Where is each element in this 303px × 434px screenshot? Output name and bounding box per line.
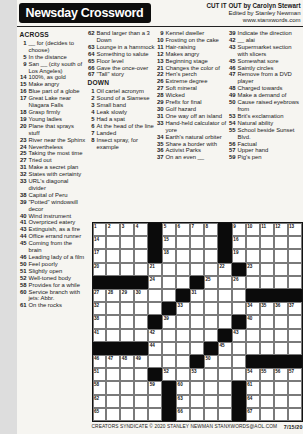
- clue-number: 1: [20, 40, 29, 54]
- puzzle-title-byline: CUT IT OUT by Carolyn Stewart: [206, 2, 300, 10]
- grid-cell[interactable]: [190, 315, 204, 328]
- cell-number: 23: [247, 264, 252, 269]
- cell-number: 50: [205, 356, 210, 361]
- grid-cell[interactable]: [274, 276, 288, 289]
- down-clue: 28Wicked: [157, 92, 227, 99]
- grid-cell[interactable]: [274, 315, 288, 328]
- grid-cell[interactable]: 46: [93, 355, 107, 368]
- grid-cell[interactable]: 55: [260, 368, 274, 381]
- cell-number: 17: [94, 250, 99, 255]
- clue-number: 8: [88, 137, 97, 151]
- grid-cell[interactable]: [120, 368, 134, 381]
- grid-cell[interactable]: [148, 302, 162, 315]
- down-clue: 47Remove from a DVD player: [229, 71, 303, 85]
- grid-cell[interactable]: [260, 236, 274, 249]
- grid-cell[interactable]: [106, 315, 120, 328]
- across-clue: 17Great Lake near Niagara Falls: [20, 95, 86, 109]
- grid-cell[interactable]: 26: [232, 276, 246, 289]
- clue-number: 27: [157, 85, 166, 92]
- grid-cell[interactable]: [274, 395, 288, 408]
- grid-cell[interactable]: [246, 329, 260, 342]
- grid-cell[interactable]: 57: [288, 368, 302, 381]
- grid-cell[interactable]: [204, 289, 218, 302]
- grid-cell[interactable]: 27: [93, 289, 107, 302]
- across-clue: 25Taking the most time: [20, 150, 86, 157]
- clue-number: 17: [20, 95, 29, 109]
- grid-cell[interactable]: [232, 342, 246, 355]
- cell-number: 24: [150, 277, 155, 282]
- grid-cell[interactable]: [204, 395, 218, 408]
- grid-cell[interactable]: [246, 249, 260, 262]
- grid-cell[interactable]: 53: [190, 368, 204, 381]
- black-cell: [148, 368, 162, 381]
- grid-cell[interactable]: [176, 368, 190, 381]
- clue-text: Changes the color of: [166, 65, 227, 72]
- grid-cell[interactable]: [274, 342, 288, 355]
- clue-number: 65: [88, 58, 97, 65]
- grid-cell[interactable]: [288, 381, 302, 394]
- grid-cell[interactable]: [148, 355, 162, 368]
- clue-number: 53: [229, 113, 238, 120]
- grid-cell[interactable]: 6: [176, 223, 190, 236]
- grid-cell[interactable]: 42: [148, 329, 162, 342]
- grid-cell[interactable]: [274, 236, 288, 249]
- cell-number: 62: [94, 396, 99, 401]
- black-cell: [120, 342, 134, 355]
- grid-cell[interactable]: 50: [204, 355, 218, 368]
- clue-number: 6: [88, 123, 97, 130]
- grid-cell[interactable]: [162, 276, 176, 289]
- grid-cell[interactable]: [260, 263, 274, 276]
- grid-cell[interactable]: [274, 249, 288, 262]
- grid-cell[interactable]: [176, 276, 190, 289]
- grid-cell[interactable]: 41: [93, 329, 107, 342]
- cell-number: 21: [150, 264, 155, 269]
- grid-cell[interactable]: [204, 236, 218, 249]
- grid-cell[interactable]: [190, 381, 204, 394]
- grid-cell[interactable]: [190, 408, 204, 421]
- grid-cell[interactable]: [204, 368, 218, 381]
- grid-cell[interactable]: [218, 381, 232, 394]
- black-cell: [162, 395, 176, 408]
- grid-cell[interactable]: 37: [288, 302, 302, 315]
- clue-text: Charged towards: [238, 85, 303, 92]
- cell-number: 59: [150, 382, 155, 387]
- grid-cell[interactable]: [134, 381, 148, 394]
- down-clue: 6At the head of the line: [88, 123, 155, 130]
- cell-number: 28: [108, 290, 113, 295]
- clue-number: 50: [229, 99, 238, 113]
- grid-cell[interactable]: [232, 302, 246, 315]
- grid-cell[interactable]: 5: [162, 223, 176, 236]
- grid-cell[interactable]: [120, 315, 134, 328]
- grid-cell[interactable]: 22: [218, 263, 232, 276]
- black-cell: [134, 276, 148, 289]
- cell-number: 13: [289, 224, 294, 229]
- grid-cell[interactable]: 14: [93, 236, 107, 249]
- clue-text: Saintly circles: [238, 65, 303, 72]
- cell-number: 46: [94, 356, 99, 361]
- grid-cell[interactable]: [232, 289, 246, 302]
- black-cell: [232, 263, 246, 276]
- grid-cell[interactable]: 62: [93, 395, 107, 408]
- grid-cell[interactable]: 20: [93, 263, 107, 276]
- clue-text: On the rocks: [29, 302, 86, 309]
- clue-number: 30: [157, 106, 166, 113]
- cell-number: 22: [219, 264, 224, 269]
- across-clue: 60Service branch with jets: Abbr.: [20, 289, 86, 303]
- grid-cell[interactable]: 29: [120, 289, 134, 302]
- grid-cell[interactable]: [274, 408, 288, 421]
- grid-cell[interactable]: 28: [106, 289, 120, 302]
- grid-cell[interactable]: 17: [93, 249, 107, 262]
- grid-cell[interactable]: [218, 355, 232, 368]
- grid-cell[interactable]: [260, 315, 274, 328]
- grid-cell[interactable]: 31: [190, 289, 204, 302]
- grid-cell[interactable]: [106, 236, 120, 249]
- clue-text: Makes angry: [166, 51, 227, 58]
- grid-cell[interactable]: [204, 408, 218, 421]
- grid-cell[interactable]: [288, 408, 302, 421]
- grid-cell[interactable]: [106, 368, 120, 381]
- cell-number: 6: [178, 224, 181, 229]
- grid-cell[interactable]: [134, 395, 148, 408]
- grid-cell[interactable]: [148, 395, 162, 408]
- clue-text: In the distance: [29, 54, 86, 61]
- clue-number: 43: [20, 226, 29, 233]
- grid-cell[interactable]: [106, 381, 120, 394]
- grid-cell[interactable]: 32: [93, 302, 107, 315]
- grid-cell[interactable]: [120, 395, 134, 408]
- grid-cell[interactable]: 52: [162, 368, 176, 381]
- grid-cell[interactable]: [246, 276, 260, 289]
- grid-cell[interactable]: [176, 315, 190, 328]
- grid-cell[interactable]: [246, 236, 260, 249]
- grid-cell[interactable]: [120, 249, 134, 262]
- grid-cell[interactable]: [134, 302, 148, 315]
- grid-cell[interactable]: [288, 342, 302, 355]
- grid-cell[interactable]: [260, 381, 274, 394]
- black-cell: [106, 342, 120, 355]
- grid-cell[interactable]: 47: [106, 355, 120, 368]
- grid-cell[interactable]: [274, 381, 288, 394]
- grid-cell[interactable]: [106, 395, 120, 408]
- clue-number: 49: [229, 92, 238, 99]
- grid-cell[interactable]: [204, 263, 218, 276]
- grid-cell[interactable]: [204, 249, 218, 262]
- clue-text: Cause raised eyebrows from: [238, 99, 303, 113]
- grid-cell[interactable]: [176, 342, 190, 355]
- down-clue: 48Charged towards: [229, 85, 303, 92]
- grid-cell[interactable]: [176, 263, 190, 276]
- clue-text: One way off an island: [166, 113, 227, 120]
- grid-cell[interactable]: 19: [232, 249, 246, 262]
- cell-number: 66: [178, 409, 183, 414]
- clue-number: 46: [229, 65, 238, 72]
- grid-cell[interactable]: [162, 329, 176, 342]
- grid-cell[interactable]: [190, 249, 204, 262]
- grid-cell[interactable]: [218, 395, 232, 408]
- grid-cell[interactable]: 66: [176, 408, 190, 421]
- grid-cell[interactable]: [274, 329, 288, 342]
- down-clue: 10Frosting on the cake: [157, 37, 227, 44]
- down-clue: 11Hair-raising: [157, 44, 227, 51]
- grid-cell[interactable]: [190, 329, 204, 342]
- grid-cell[interactable]: 43: [232, 329, 246, 342]
- grid-cell[interactable]: [176, 329, 190, 342]
- grid-cell[interactable]: [288, 329, 302, 342]
- grid-cell[interactable]: 3: [120, 223, 134, 236]
- clue-number: 19: [20, 116, 29, 123]
- cell-number: 29: [122, 290, 127, 295]
- grid-cell[interactable]: 61: [246, 381, 260, 394]
- grid-cell[interactable]: 34: [246, 302, 260, 315]
- grid-cell[interactable]: 24: [148, 276, 162, 289]
- grid-cell[interactable]: 40: [246, 315, 260, 328]
- grid-cell[interactable]: [106, 263, 120, 276]
- grid-cell[interactable]: [120, 236, 134, 249]
- clue-text: River near the Sphinx: [29, 137, 86, 144]
- grid-cell[interactable]: 30: [134, 289, 148, 302]
- clue-text: Prefix for final: [166, 99, 227, 106]
- grid-cell[interactable]: [288, 263, 302, 276]
- clue-number: 11: [157, 44, 166, 51]
- grid-cell[interactable]: 10: [246, 223, 260, 236]
- clue-number: 21: [157, 65, 166, 72]
- grid-cell[interactable]: [176, 236, 190, 249]
- grid-cell[interactable]: 58: [93, 381, 107, 394]
- grid-cell[interactable]: 39: [162, 315, 176, 328]
- grid-cell[interactable]: [288, 249, 302, 262]
- cell-number: 53: [192, 369, 197, 374]
- grid-cell[interactable]: 8: [204, 223, 218, 236]
- black-cell: [148, 236, 162, 249]
- down-clue: 26Extreme degree: [157, 78, 227, 85]
- grid-cell[interactable]: [218, 302, 232, 315]
- grid-cell[interactable]: 67: [246, 408, 260, 421]
- clue-number: 39: [229, 30, 238, 37]
- across-clue: 50Feel poorly: [20, 261, 86, 268]
- grid-cell[interactable]: [190, 342, 204, 355]
- grid-cell[interactable]: [134, 315, 148, 328]
- grid-cell[interactable]: [288, 236, 302, 249]
- clue-number: 55: [229, 127, 238, 141]
- grid-cell[interactable]: [260, 395, 274, 408]
- grid-cell[interactable]: [260, 408, 274, 421]
- across-clue: 46Leading lady of a film: [20, 254, 86, 261]
- clue-text: Tried out: [29, 157, 86, 164]
- clue-number: 40: [20, 213, 29, 220]
- cell-number: 39: [164, 316, 169, 321]
- clue-text: Extinguish, as a fire: [29, 226, 86, 233]
- grid-cell[interactable]: [190, 263, 204, 276]
- grid-cell[interactable]: [162, 355, 176, 368]
- clue-text: On an even __: [166, 154, 227, 161]
- clue-text: Frosting on the cake: [166, 37, 227, 44]
- clue-number: 45: [20, 240, 29, 254]
- grid-cell[interactable]: [134, 329, 148, 342]
- grid-cell[interactable]: 18: [162, 249, 176, 262]
- grid-cell[interactable]: 54: [246, 368, 260, 381]
- grid-cell[interactable]: 11: [260, 223, 274, 236]
- grid-cell[interactable]: 33: [176, 302, 190, 315]
- cell-number: 42: [150, 330, 155, 335]
- grid-cell[interactable]: 25: [204, 276, 218, 289]
- cell-number: 67: [247, 409, 252, 414]
- clue-text: Service branch with jets: Abbr.: [29, 289, 86, 303]
- grid-cell[interactable]: [232, 355, 246, 368]
- grid-cell[interactable]: [134, 263, 148, 276]
- grid-cell[interactable]: [288, 315, 302, 328]
- clue-text: Kennel dweller: [166, 30, 227, 37]
- grid-cell[interactable]: [120, 302, 134, 315]
- grid-cell[interactable]: 65: [93, 408, 107, 421]
- grid-cell[interactable]: [232, 368, 246, 381]
- grid-cell[interactable]: [106, 329, 120, 342]
- clue-number: 62: [88, 30, 97, 44]
- grid-cell[interactable]: [274, 263, 288, 276]
- grid-cell[interactable]: 38: [93, 315, 107, 328]
- grid-cell[interactable]: [260, 249, 274, 262]
- across-clue: 39"Potted" windowsill decor: [20, 199, 86, 213]
- grid-cell[interactable]: [134, 408, 148, 421]
- grid-cell[interactable]: [176, 355, 190, 368]
- down-clue: 1Oil cartel acronym: [88, 88, 155, 95]
- grid-cell[interactable]: [134, 236, 148, 249]
- grid-cell[interactable]: [218, 289, 232, 302]
- clue-text: Pig's pen: [238, 154, 303, 161]
- grid-cell[interactable]: 51: [93, 368, 107, 381]
- grid-cell[interactable]: 35: [260, 302, 274, 315]
- grid-cell[interactable]: 49: [134, 355, 148, 368]
- black-cell: [232, 395, 246, 408]
- clue-text: Natural ability: [238, 120, 303, 127]
- grid-cell[interactable]: [162, 263, 176, 276]
- grid-cell[interactable]: 21: [148, 263, 162, 276]
- grid-cell[interactable]: [134, 249, 148, 262]
- grid-cell[interactable]: 4: [134, 223, 148, 236]
- grid-cell[interactable]: [288, 395, 302, 408]
- grid-cell[interactable]: [260, 329, 274, 342]
- grid-cell[interactable]: 48: [120, 355, 134, 368]
- clue-text: __ for (decides to choose): [29, 40, 86, 54]
- grid-cell[interactable]: 45: [218, 342, 232, 355]
- grid-cell[interactable]: [218, 315, 232, 328]
- grid-cell[interactable]: 15: [162, 236, 176, 249]
- cell-number: 9: [233, 224, 236, 229]
- clue-number: 31: [20, 164, 29, 171]
- clue-text: Sound of a Siamese: [97, 95, 155, 102]
- grid-cell[interactable]: [162, 289, 176, 302]
- grid-cell[interactable]: [260, 276, 274, 289]
- grid-cell[interactable]: 13: [288, 223, 302, 236]
- grid-cell[interactable]: [106, 249, 120, 262]
- grid-cell[interactable]: [218, 368, 232, 381]
- grid-cell[interactable]: 23: [246, 263, 260, 276]
- grid-cell[interactable]: 56: [274, 368, 288, 381]
- across-clue: 62Band larger than a 3 Down: [88, 30, 155, 44]
- grid-cell[interactable]: [106, 302, 120, 315]
- grid-cell[interactable]: [162, 342, 176, 355]
- black-cell: [162, 408, 176, 421]
- grid-cell[interactable]: 59: [148, 381, 162, 394]
- clue-number: 67: [88, 71, 97, 78]
- grid-cell[interactable]: 44: [148, 342, 162, 355]
- clue-number: 4: [88, 109, 97, 116]
- down-clue: 2Sound of a Siamese: [88, 95, 155, 102]
- grid-cell[interactable]: 12: [274, 223, 288, 236]
- website-link[interactable]: www.stanxwords.com: [206, 17, 300, 25]
- grid-cell[interactable]: [134, 368, 148, 381]
- grid-cell[interactable]: [218, 408, 232, 421]
- grid-cell[interactable]: 64: [246, 395, 260, 408]
- grid-cell[interactable]: [190, 395, 204, 408]
- grid-cell[interactable]: 63: [176, 395, 190, 408]
- grid-cell[interactable]: [288, 276, 302, 289]
- clue-number: 14: [20, 74, 29, 81]
- cell-number: 52: [164, 369, 169, 374]
- clue-number: 33: [157, 120, 166, 134]
- grid-cell[interactable]: [190, 236, 204, 249]
- clue-text: Provides for a while: [29, 282, 86, 289]
- clue-text: Oil cartel acronym: [97, 88, 155, 95]
- grid-cell[interactable]: [120, 263, 134, 276]
- across-clue: 23River near the Sphinx: [20, 137, 86, 144]
- grid-cell[interactable]: [148, 289, 162, 302]
- grid-cell[interactable]: [120, 408, 134, 421]
- grid-cell[interactable]: [120, 381, 134, 394]
- grid-cell[interactable]: [204, 302, 218, 315]
- clue-text: Golf hazard: [166, 106, 227, 113]
- across-clue: 65Floor level: [88, 58, 155, 65]
- grid-cell[interactable]: 16: [232, 236, 246, 249]
- clue-text: Floor level: [97, 58, 155, 65]
- grid-cell[interactable]: 7: [190, 223, 204, 236]
- black-cell: [288, 355, 302, 368]
- black-cell: [148, 223, 162, 236]
- crossword-grid[interactable]: 1234567891011121314151617181920212223242…: [92, 222, 303, 422]
- masthead: Newsday Crossword: [19, 3, 151, 23]
- cell-number: 58: [94, 382, 99, 387]
- grid-cell[interactable]: 2: [106, 223, 120, 236]
- down-clue: 9Kennel dweller: [157, 30, 227, 37]
- grid-cell[interactable]: 36: [274, 302, 288, 315]
- grid-cell[interactable]: [204, 381, 218, 394]
- grid-cell[interactable]: [218, 276, 232, 289]
- clue-text: Office errand runner: [29, 233, 86, 240]
- grid-cell[interactable]: [148, 408, 162, 421]
- grid-cell[interactable]: [260, 342, 274, 355]
- grid-cell[interactable]: [120, 329, 134, 342]
- grid-cell[interactable]: [106, 408, 120, 421]
- across-clue: 45Coming from the brain: [20, 240, 86, 254]
- clue-text: Supermarket section with slicers: [238, 44, 303, 58]
- grid-cell[interactable]: [204, 315, 218, 328]
- black-cell: [232, 381, 246, 394]
- grid-cell[interactable]: [204, 329, 218, 342]
- clue-number: 43: [229, 44, 238, 58]
- grid-cell[interactable]: 60: [176, 381, 190, 394]
- grid-cell[interactable]: [246, 342, 260, 355]
- clue-text: 100%, as gold: [29, 74, 86, 81]
- down-clue: 46Saintly circles: [229, 65, 303, 72]
- grid-cell[interactable]: 9: [232, 223, 246, 236]
- clue-text: URL's diagonal divider: [29, 178, 86, 192]
- grid-cell[interactable]: 1: [93, 223, 107, 236]
- clue-text: __ alai: [238, 37, 303, 44]
- grid-cell[interactable]: [190, 302, 204, 315]
- grid-cell[interactable]: [176, 249, 190, 262]
